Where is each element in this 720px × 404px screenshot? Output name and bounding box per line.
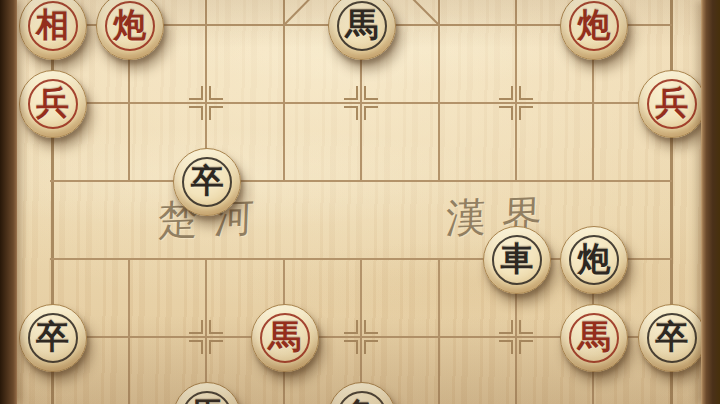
point-marker-corner bbox=[209, 86, 223, 100]
piece-glyph: 相 bbox=[36, 8, 69, 41]
board-frame-right bbox=[701, 0, 720, 404]
piece-black-soldier[interactable]: 卒 bbox=[638, 304, 706, 372]
piece-red-horse[interactable]: 馬 bbox=[251, 304, 319, 372]
piece-black-soldier[interactable]: 卒 bbox=[19, 304, 87, 372]
point-marker bbox=[499, 86, 533, 120]
point-marker-corner bbox=[499, 106, 513, 120]
piece-glyph: 炮 bbox=[113, 8, 146, 41]
point-marker bbox=[189, 86, 223, 120]
piece-red-horse[interactable]: 馬 bbox=[560, 304, 628, 372]
point-marker-corner bbox=[344, 106, 358, 120]
point-marker-corner bbox=[344, 320, 358, 334]
point-marker-corner bbox=[364, 340, 378, 354]
point-marker bbox=[189, 320, 223, 354]
piece-glyph: 炮 bbox=[578, 8, 611, 41]
point-marker-corner bbox=[519, 86, 533, 100]
point-marker-corner bbox=[519, 320, 533, 334]
grid-line bbox=[283, 0, 285, 182]
piece-glyph: 象 bbox=[346, 398, 379, 404]
point-marker-corner bbox=[364, 86, 378, 100]
point-marker-corner bbox=[189, 340, 203, 354]
piece-glyph: 馬 bbox=[268, 320, 301, 353]
point-marker-corner bbox=[499, 340, 513, 354]
piece-black-soldier[interactable]: 卒 bbox=[173, 148, 241, 216]
point-marker-corner bbox=[209, 320, 223, 334]
piece-glyph: 卒 bbox=[36, 320, 69, 353]
point-marker-corner bbox=[519, 340, 533, 354]
grid-line bbox=[50, 180, 672, 182]
point-marker-corner bbox=[364, 106, 378, 120]
grid-line bbox=[438, 258, 440, 404]
piece-black-chariot[interactable]: 車 bbox=[483, 226, 551, 294]
piece-glyph: 車 bbox=[500, 242, 533, 275]
grid-line bbox=[438, 0, 440, 182]
board-frame-left bbox=[0, 0, 17, 404]
piece-glyph: 兵 bbox=[655, 86, 688, 119]
point-marker bbox=[499, 320, 533, 354]
piece-red-soldier[interactable]: 兵 bbox=[19, 70, 87, 138]
point-marker-corner bbox=[344, 86, 358, 100]
point-marker-corner bbox=[344, 340, 358, 354]
piece-glyph: 馬 bbox=[191, 398, 224, 404]
xiangqi-board: 楚河 漢界 相炮馬炮兵兵卒車炮卒馬馬卒馬象 bbox=[0, 0, 720, 404]
piece-glyph: 卒 bbox=[191, 164, 224, 197]
point-marker-corner bbox=[189, 106, 203, 120]
piece-black-cannon[interactable]: 炮 bbox=[560, 226, 628, 294]
piece-glyph: 馬 bbox=[578, 320, 611, 353]
point-marker-corner bbox=[189, 86, 203, 100]
point-marker-corner bbox=[189, 320, 203, 334]
grid-line bbox=[128, 258, 130, 404]
point-marker-corner bbox=[499, 86, 513, 100]
piece-glyph: 炮 bbox=[578, 242, 611, 275]
point-marker-corner bbox=[499, 320, 513, 334]
point-marker-corner bbox=[364, 320, 378, 334]
piece-glyph: 卒 bbox=[655, 320, 688, 353]
piece-glyph: 馬 bbox=[346, 8, 379, 41]
piece-glyph: 兵 bbox=[36, 86, 69, 119]
point-marker bbox=[344, 86, 378, 120]
point-marker-corner bbox=[209, 106, 223, 120]
point-marker-corner bbox=[519, 106, 533, 120]
piece-red-soldier[interactable]: 兵 bbox=[638, 70, 706, 138]
point-marker-corner bbox=[209, 340, 223, 354]
point-marker bbox=[344, 320, 378, 354]
